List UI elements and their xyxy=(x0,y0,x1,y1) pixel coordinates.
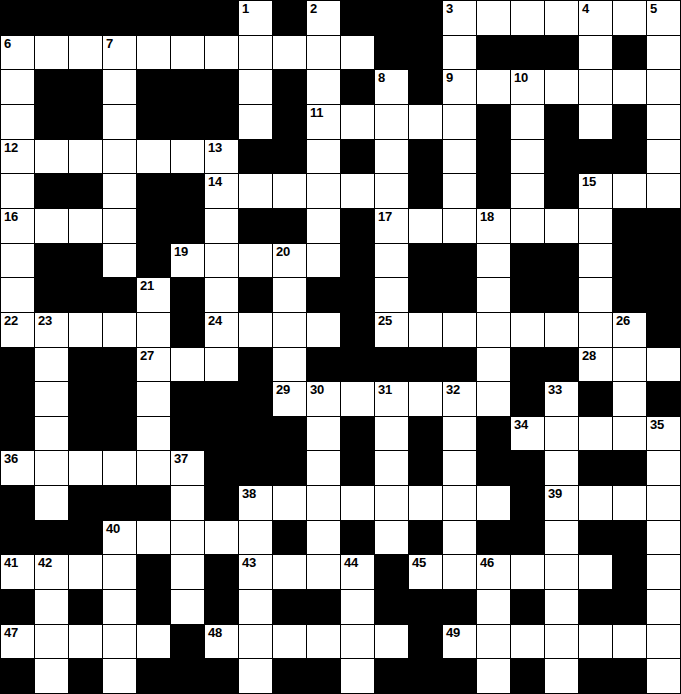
black-cell xyxy=(613,278,646,312)
black-cell xyxy=(341,451,374,485)
grid-cell[interactable] xyxy=(205,348,238,382)
grid-cell[interactable] xyxy=(477,70,510,104)
grid-cell[interactable]: 43 xyxy=(239,555,272,589)
grid-cell[interactable] xyxy=(579,36,612,70)
grid-cell[interactable] xyxy=(137,140,170,174)
grid-cell[interactable] xyxy=(307,209,340,243)
black-cell xyxy=(409,625,442,659)
black-cell xyxy=(239,209,272,243)
black-cell xyxy=(511,278,544,312)
grid-cell[interactable]: 35 xyxy=(647,417,680,451)
grid-cell[interactable] xyxy=(341,105,374,139)
grid-cell[interactable]: 22 xyxy=(1,313,34,347)
black-cell xyxy=(273,590,306,624)
grid-cell[interactable] xyxy=(545,451,578,485)
grid-cell[interactable] xyxy=(511,174,544,208)
grid-cell[interactable] xyxy=(171,36,204,70)
grid-cell[interactable] xyxy=(35,625,68,659)
grid-cell[interactable] xyxy=(103,659,136,693)
grid-cell[interactable] xyxy=(103,140,136,174)
grid-cell[interactable] xyxy=(477,382,510,416)
black-cell xyxy=(103,417,136,451)
grid-cell[interactable] xyxy=(1,174,34,208)
black-cell xyxy=(1,590,34,624)
grid-cell[interactable] xyxy=(647,659,680,693)
grid-cell[interactable]: 39 xyxy=(545,486,578,520)
grid-cell[interactable]: 42 xyxy=(35,555,68,589)
grid-cell[interactable] xyxy=(579,486,612,520)
grid-cell[interactable] xyxy=(613,174,646,208)
grid-cell[interactable]: 20 xyxy=(273,244,306,278)
grid-cell[interactable]: 24 xyxy=(205,313,238,347)
clue-number: 25 xyxy=(378,314,392,328)
grid-cell[interactable] xyxy=(477,659,510,693)
grid-cell[interactable] xyxy=(1,105,34,139)
grid-cell[interactable] xyxy=(341,625,374,659)
grid-cell[interactable] xyxy=(341,590,374,624)
grid-cell[interactable] xyxy=(647,590,680,624)
grid-cell[interactable] xyxy=(137,625,170,659)
black-cell xyxy=(103,348,136,382)
grid-cell[interactable] xyxy=(171,590,204,624)
grid-cell[interactable] xyxy=(1,70,34,104)
clue-number: 1 xyxy=(242,2,249,16)
grid-cell[interactable] xyxy=(579,244,612,278)
grid-cell[interactable] xyxy=(341,174,374,208)
clue-number: 48 xyxy=(208,626,222,640)
black-cell xyxy=(409,1,442,35)
grid-cell[interactable] xyxy=(307,555,340,589)
clue-number: 40 xyxy=(106,522,120,536)
grid-cell[interactable] xyxy=(103,590,136,624)
grid-cell[interactable] xyxy=(375,174,408,208)
grid-cell[interactable] xyxy=(341,36,374,70)
grid-cell[interactable] xyxy=(35,348,68,382)
grid-cell[interactable] xyxy=(205,209,238,243)
grid-cell[interactable]: 41 xyxy=(1,555,34,589)
black-cell xyxy=(375,659,408,693)
grid-cell[interactable] xyxy=(239,659,272,693)
grid-cell[interactable] xyxy=(647,555,680,589)
grid-cell[interactable] xyxy=(647,486,680,520)
black-cell xyxy=(1,382,34,416)
black-cell xyxy=(171,382,204,416)
grid-cell[interactable] xyxy=(443,105,476,139)
grid-cell[interactable] xyxy=(171,521,204,555)
black-cell xyxy=(239,278,272,312)
black-cell xyxy=(171,659,204,693)
black-cell xyxy=(545,105,578,139)
black-cell xyxy=(613,451,646,485)
grid-cell[interactable]: 9 xyxy=(443,70,476,104)
grid-cell[interactable] xyxy=(307,244,340,278)
grid-cell[interactable] xyxy=(273,313,306,347)
black-cell xyxy=(647,209,680,243)
grid-cell[interactable]: 19 xyxy=(171,244,204,278)
clue-number: 21 xyxy=(140,279,154,293)
grid-cell[interactable] xyxy=(579,105,612,139)
grid-cell[interactable]: 30 xyxy=(307,382,340,416)
grid-cell[interactable] xyxy=(307,625,340,659)
grid-cell[interactable] xyxy=(443,555,476,589)
grid-cell[interactable] xyxy=(579,209,612,243)
grid-cell[interactable]: 38 xyxy=(239,486,272,520)
grid-cell[interactable] xyxy=(69,36,102,70)
grid-cell[interactable]: 29 xyxy=(273,382,306,416)
grid-cell[interactable] xyxy=(375,140,408,174)
grid-cell[interactable] xyxy=(103,70,136,104)
grid-cell[interactable] xyxy=(273,625,306,659)
grid-cell[interactable] xyxy=(511,105,544,139)
clue-number: 2 xyxy=(310,2,317,16)
black-cell xyxy=(1,1,34,35)
grid-cell[interactable] xyxy=(477,625,510,659)
grid-cell[interactable]: 18 xyxy=(477,209,510,243)
grid-cell[interactable] xyxy=(103,244,136,278)
grid-cell[interactable] xyxy=(545,417,578,451)
grid-cell[interactable] xyxy=(375,486,408,520)
grid-cell[interactable]: 3 xyxy=(443,1,476,35)
grid-cell[interactable] xyxy=(647,105,680,139)
grid-cell[interactable] xyxy=(579,555,612,589)
grid-cell[interactable] xyxy=(307,36,340,70)
grid-cell[interactable]: 37 xyxy=(171,451,204,485)
grid-cell[interactable]: 33 xyxy=(545,382,578,416)
grid-cell[interactable] xyxy=(443,486,476,520)
grid-cell[interactable] xyxy=(171,140,204,174)
black-cell xyxy=(511,348,544,382)
black-cell xyxy=(103,1,136,35)
grid-cell[interactable] xyxy=(545,590,578,624)
grid-cell[interactable] xyxy=(443,209,476,243)
grid-cell[interactable]: 32 xyxy=(443,382,476,416)
grid-cell[interactable] xyxy=(647,140,680,174)
grid-cell[interactable] xyxy=(69,140,102,174)
grid-cell[interactable] xyxy=(545,521,578,555)
grid-cell[interactable] xyxy=(307,174,340,208)
grid-cell[interactable] xyxy=(69,555,102,589)
grid-cell[interactable] xyxy=(511,625,544,659)
grid-cell[interactable] xyxy=(273,174,306,208)
grid-cell[interactable] xyxy=(35,486,68,520)
grid-cell[interactable] xyxy=(273,348,306,382)
black-cell xyxy=(477,417,510,451)
grid-cell[interactable] xyxy=(375,451,408,485)
grid-cell[interactable] xyxy=(613,348,646,382)
grid-cell[interactable] xyxy=(375,521,408,555)
grid-cell[interactable] xyxy=(69,209,102,243)
grid-cell[interactable] xyxy=(171,486,204,520)
grid-cell[interactable] xyxy=(35,417,68,451)
grid-cell[interactable]: 13 xyxy=(205,140,238,174)
grid-cell[interactable]: 46 xyxy=(477,555,510,589)
black-cell xyxy=(1,486,34,520)
grid-cell[interactable]: 2 xyxy=(307,1,340,35)
black-cell xyxy=(171,1,204,35)
grid-cell[interactable] xyxy=(103,625,136,659)
black-cell xyxy=(239,140,272,174)
grid-cell[interactable] xyxy=(579,278,612,312)
black-cell xyxy=(647,382,680,416)
clue-number: 3 xyxy=(446,2,453,16)
black-cell xyxy=(647,278,680,312)
grid-cell[interactable]: 12 xyxy=(1,140,34,174)
grid-cell[interactable] xyxy=(375,417,408,451)
grid-cell[interactable] xyxy=(341,659,374,693)
grid-cell[interactable]: 25 xyxy=(375,313,408,347)
grid-cell[interactable] xyxy=(545,555,578,589)
grid-cell[interactable] xyxy=(171,555,204,589)
grid-cell[interactable] xyxy=(511,313,544,347)
grid-cell[interactable] xyxy=(579,70,612,104)
black-cell xyxy=(545,244,578,278)
black-cell xyxy=(69,659,102,693)
grid-cell[interactable] xyxy=(375,105,408,139)
clue-number: 49 xyxy=(446,626,460,640)
grid-cell[interactable] xyxy=(307,486,340,520)
grid-cell[interactable]: 14 xyxy=(205,174,238,208)
grid-cell[interactable] xyxy=(613,625,646,659)
grid-cell[interactable] xyxy=(239,313,272,347)
grid-cell[interactable] xyxy=(137,382,170,416)
grid-cell[interactable] xyxy=(69,313,102,347)
grid-cell[interactable] xyxy=(205,36,238,70)
grid-cell[interactable] xyxy=(477,486,510,520)
grid-cell[interactable] xyxy=(409,382,442,416)
black-cell xyxy=(307,278,340,312)
grid-cell[interactable] xyxy=(545,209,578,243)
grid-cell[interactable] xyxy=(409,105,442,139)
grid-cell[interactable] xyxy=(35,590,68,624)
grid-cell[interactable]: 8 xyxy=(375,70,408,104)
grid-cell[interactable] xyxy=(103,313,136,347)
grid-cell[interactable] xyxy=(613,417,646,451)
grid-cell[interactable] xyxy=(307,313,340,347)
black-cell xyxy=(171,70,204,104)
grid-cell[interactable] xyxy=(545,659,578,693)
black-cell xyxy=(409,451,442,485)
grid-cell[interactable] xyxy=(35,209,68,243)
grid-cell[interactable] xyxy=(477,348,510,382)
black-cell xyxy=(273,659,306,693)
grid-cell[interactable] xyxy=(409,313,442,347)
grid-cell[interactable] xyxy=(35,451,68,485)
grid-cell[interactable] xyxy=(375,278,408,312)
grid-cell[interactable]: 44 xyxy=(341,555,374,589)
grid-cell[interactable] xyxy=(239,625,272,659)
clue-number: 18 xyxy=(480,210,494,224)
black-cell xyxy=(477,140,510,174)
grid-cell[interactable] xyxy=(545,625,578,659)
grid-cell[interactable] xyxy=(103,174,136,208)
grid-cell[interactable] xyxy=(409,486,442,520)
grid-cell[interactable] xyxy=(613,1,646,35)
grid-cell[interactable]: 4 xyxy=(579,1,612,35)
grid-cell[interactable] xyxy=(375,625,408,659)
grid-cell[interactable] xyxy=(341,486,374,520)
grid-cell[interactable] xyxy=(239,105,272,139)
grid-cell[interactable] xyxy=(647,521,680,555)
grid-cell[interactable] xyxy=(69,451,102,485)
grid-cell[interactable] xyxy=(443,313,476,347)
grid-cell[interactable] xyxy=(579,417,612,451)
grid-cell[interactable] xyxy=(613,382,646,416)
grid-cell[interactable] xyxy=(307,451,340,485)
grid-cell[interactable] xyxy=(545,1,578,35)
grid-cell[interactable] xyxy=(545,70,578,104)
black-cell xyxy=(205,70,238,104)
grid-cell[interactable] xyxy=(341,382,374,416)
grid-cell[interactable]: 34 xyxy=(511,417,544,451)
black-cell xyxy=(69,417,102,451)
grid-cell[interactable] xyxy=(613,486,646,520)
black-cell xyxy=(511,36,544,70)
grid-cell[interactable]: 27 xyxy=(137,348,170,382)
grid-cell[interactable] xyxy=(307,140,340,174)
black-cell xyxy=(341,140,374,174)
grid-cell[interactable] xyxy=(35,382,68,416)
grid-cell[interactable] xyxy=(239,521,272,555)
grid-cell[interactable]: 17 xyxy=(375,209,408,243)
grid-cell[interactable] xyxy=(647,348,680,382)
grid-cell[interactable] xyxy=(307,70,340,104)
grid-cell[interactable]: 40 xyxy=(103,521,136,555)
black-cell xyxy=(409,174,442,208)
grid-cell[interactable] xyxy=(137,451,170,485)
grid-cell[interactable]: 26 xyxy=(613,313,646,347)
grid-cell[interactable] xyxy=(273,36,306,70)
black-cell xyxy=(375,36,408,70)
black-cell xyxy=(239,417,272,451)
grid-cell[interactable] xyxy=(1,244,34,278)
grid-cell[interactable] xyxy=(511,140,544,174)
grid-cell[interactable] xyxy=(239,36,272,70)
grid-cell[interactable] xyxy=(103,209,136,243)
grid-cell[interactable] xyxy=(647,451,680,485)
grid-cell[interactable]: 16 xyxy=(1,209,34,243)
grid-cell[interactable]: 23 xyxy=(35,313,68,347)
black-cell xyxy=(443,590,476,624)
black-cell xyxy=(409,659,442,693)
black-cell xyxy=(545,174,578,208)
grid-cell[interactable] xyxy=(307,521,340,555)
grid-cell[interactable]: 21 xyxy=(137,278,170,312)
grid-cell[interactable] xyxy=(137,36,170,70)
grid-cell[interactable] xyxy=(239,70,272,104)
black-cell xyxy=(341,521,374,555)
grid-cell[interactable] xyxy=(409,209,442,243)
grid-cell[interactable]: 49 xyxy=(443,625,476,659)
grid-cell[interactable] xyxy=(273,486,306,520)
grid-cell[interactable] xyxy=(545,313,578,347)
grid-cell[interactable]: 7 xyxy=(103,36,136,70)
clue-number: 35 xyxy=(650,418,664,432)
grid-cell[interactable]: 11 xyxy=(307,105,340,139)
black-cell xyxy=(171,313,204,347)
grid-cell[interactable] xyxy=(511,1,544,35)
grid-cell[interactable] xyxy=(477,1,510,35)
grid-cell[interactable]: 45 xyxy=(409,555,442,589)
grid-cell[interactable]: 31 xyxy=(375,382,408,416)
grid-cell[interactable] xyxy=(375,244,408,278)
grid-cell[interactable] xyxy=(307,417,340,451)
grid-cell[interactable] xyxy=(647,174,680,208)
grid-cell[interactable] xyxy=(239,590,272,624)
grid-cell[interactable] xyxy=(205,278,238,312)
grid-cell[interactable] xyxy=(239,244,272,278)
grid-cell[interactable] xyxy=(647,625,680,659)
grid-cell[interactable] xyxy=(477,278,510,312)
black-cell xyxy=(511,521,544,555)
grid-cell[interactable] xyxy=(511,555,544,589)
black-cell xyxy=(35,244,68,278)
grid-cell[interactable] xyxy=(239,174,272,208)
grid-cell[interactable]: 5 xyxy=(647,1,680,35)
grid-cell[interactable] xyxy=(137,521,170,555)
black-cell xyxy=(205,486,238,520)
black-cell xyxy=(579,382,612,416)
grid-cell[interactable]: 1 xyxy=(239,1,272,35)
grid-cell[interactable] xyxy=(579,313,612,347)
grid-cell[interactable] xyxy=(647,70,680,104)
grid-cell[interactable] xyxy=(35,140,68,174)
grid-cell[interactable] xyxy=(273,278,306,312)
grid-cell[interactable]: 36 xyxy=(1,451,34,485)
grid-cell[interactable] xyxy=(477,313,510,347)
black-cell xyxy=(545,36,578,70)
grid-cell[interactable] xyxy=(205,244,238,278)
grid-cell[interactable] xyxy=(103,105,136,139)
black-cell xyxy=(69,278,102,312)
grid-cell[interactable] xyxy=(613,70,646,104)
grid-cell[interactable]: 48 xyxy=(205,625,238,659)
grid-cell[interactable] xyxy=(137,417,170,451)
black-cell xyxy=(341,209,374,243)
grid-cell[interactable] xyxy=(171,348,204,382)
grid-cell[interactable] xyxy=(443,36,476,70)
grid-cell[interactable] xyxy=(137,313,170,347)
grid-cell[interactable] xyxy=(477,590,510,624)
grid-cell[interactable]: 10 xyxy=(511,70,544,104)
grid-cell[interactable] xyxy=(647,36,680,70)
black-cell xyxy=(409,521,442,555)
grid-cell[interactable] xyxy=(443,140,476,174)
grid-cell[interactable] xyxy=(511,209,544,243)
grid-cell[interactable] xyxy=(35,36,68,70)
grid-cell[interactable]: 15 xyxy=(579,174,612,208)
grid-cell[interactable] xyxy=(443,451,476,485)
grid-cell[interactable] xyxy=(443,521,476,555)
grid-cell[interactable] xyxy=(1,278,34,312)
grid-cell[interactable] xyxy=(443,174,476,208)
clue-number: 42 xyxy=(38,556,52,570)
grid-cell[interactable] xyxy=(103,555,136,589)
grid-cell[interactable] xyxy=(443,417,476,451)
grid-cell[interactable]: 6 xyxy=(1,36,34,70)
black-cell xyxy=(341,244,374,278)
grid-cell[interactable] xyxy=(35,659,68,693)
grid-cell[interactable] xyxy=(205,521,238,555)
grid-cell[interactable] xyxy=(273,555,306,589)
grid-cell[interactable] xyxy=(477,244,510,278)
grid-cell[interactable] xyxy=(69,625,102,659)
grid-cell[interactable]: 47 xyxy=(1,625,34,659)
grid-cell[interactable] xyxy=(103,451,136,485)
black-cell xyxy=(375,590,408,624)
black-cell xyxy=(205,417,238,451)
grid-cell[interactable] xyxy=(579,625,612,659)
grid-cell[interactable]: 28 xyxy=(579,348,612,382)
